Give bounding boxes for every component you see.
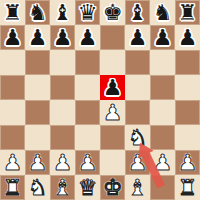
square-c3[interactable] — [50, 125, 75, 150]
white-bishop[interactable]: ♝ — [125, 175, 150, 200]
square-e6[interactable] — [100, 50, 125, 75]
square-g7[interactable]: ♟ — [150, 25, 175, 50]
square-b8[interactable]: ♞ — [25, 0, 50, 25]
black-pawn[interactable]: ♟ — [25, 25, 50, 50]
square-d8[interactable]: ♛ — [75, 0, 100, 25]
white-queen[interactable]: ♛ — [75, 175, 100, 200]
square-a2[interactable]: ♟ — [0, 150, 25, 175]
square-e7[interactable] — [100, 25, 125, 50]
white-pawn[interactable]: ♟ — [150, 150, 175, 175]
square-d7[interactable]: ♟ — [75, 25, 100, 50]
square-g8[interactable]: ♞ — [150, 0, 175, 25]
square-h7[interactable]: ♟ — [175, 25, 200, 50]
square-e3[interactable] — [100, 125, 125, 150]
square-c2[interactable]: ♟ — [50, 150, 75, 175]
black-knight[interactable]: ♞ — [25, 0, 50, 25]
square-d5[interactable] — [75, 75, 100, 100]
square-a7[interactable]: ♟ — [0, 25, 25, 50]
black-pawn[interactable]: ♟ — [100, 75, 125, 100]
square-a5[interactable] — [0, 75, 25, 100]
square-d4[interactable] — [75, 100, 100, 125]
black-queen[interactable]: ♛ — [75, 0, 100, 25]
white-pawn[interactable]: ♟ — [50, 150, 75, 175]
square-a6[interactable] — [0, 50, 25, 75]
square-f6[interactable] — [125, 50, 150, 75]
white-knight[interactable]: ♞ — [125, 125, 150, 150]
square-g6[interactable] — [150, 50, 175, 75]
black-bishop[interactable]: ♝ — [50, 0, 75, 25]
square-b3[interactable] — [25, 125, 50, 150]
square-d1[interactable]: ♛ — [75, 175, 100, 200]
white-rook[interactable]: ♜ — [175, 175, 200, 200]
square-e5[interactable]: ♟ — [100, 75, 125, 100]
black-knight[interactable]: ♞ — [150, 0, 175, 25]
square-a1[interactable]: ♜ — [0, 175, 25, 200]
square-c6[interactable] — [50, 50, 75, 75]
square-f1[interactable]: ♝ — [125, 175, 150, 200]
square-c7[interactable]: ♟ — [50, 25, 75, 50]
square-f4[interactable] — [125, 100, 150, 125]
square-b6[interactable] — [25, 50, 50, 75]
square-f8[interactable]: ♝ — [125, 0, 150, 25]
black-pawn[interactable]: ♟ — [125, 25, 150, 50]
square-e2[interactable] — [100, 150, 125, 175]
square-f7[interactable]: ♟ — [125, 25, 150, 50]
square-c8[interactable]: ♝ — [50, 0, 75, 25]
black-pawn[interactable]: ♟ — [75, 25, 100, 50]
square-g3[interactable] — [150, 125, 175, 150]
square-f5[interactable] — [125, 75, 150, 100]
black-bishop[interactable]: ♝ — [125, 0, 150, 25]
white-rook[interactable]: ♜ — [0, 175, 25, 200]
white-pawn[interactable]: ♟ — [125, 150, 150, 175]
square-d3[interactable] — [75, 125, 100, 150]
square-b7[interactable]: ♟ — [25, 25, 50, 50]
square-g2[interactable]: ♟ — [150, 150, 175, 175]
square-d6[interactable] — [75, 50, 100, 75]
square-b5[interactable] — [25, 75, 50, 100]
square-e4[interactable]: ♟ — [100, 100, 125, 125]
square-h5[interactable] — [175, 75, 200, 100]
square-c1[interactable]: ♝ — [50, 175, 75, 200]
white-pawn[interactable]: ♟ — [100, 100, 125, 125]
square-f2[interactable]: ♟ — [125, 150, 150, 175]
square-f3[interactable]: ♞ — [125, 125, 150, 150]
square-a3[interactable] — [0, 125, 25, 150]
white-pawn[interactable]: ♟ — [75, 150, 100, 175]
square-g1[interactable] — [150, 175, 175, 200]
white-pawn[interactable]: ♟ — [175, 150, 200, 175]
square-h2[interactable]: ♟ — [175, 150, 200, 175]
square-e1[interactable]: ♚ — [100, 175, 125, 200]
square-h8[interactable]: ♜ — [175, 0, 200, 25]
square-b1[interactable]: ♞ — [25, 175, 50, 200]
chess-board: ♜♞♝♛♚♝♞♜♟♟♟♟♟♟♟♟♟♞♟♟♟♟♟♟♟♜♞♝♛♚♝♜ — [0, 0, 200, 200]
square-g4[interactable] — [150, 100, 175, 125]
black-rook[interactable]: ♜ — [0, 0, 25, 25]
square-g5[interactable] — [150, 75, 175, 100]
square-e8[interactable]: ♚ — [100, 0, 125, 25]
square-h4[interactable] — [175, 100, 200, 125]
black-pawn[interactable]: ♟ — [150, 25, 175, 50]
white-pawn[interactable]: ♟ — [25, 150, 50, 175]
black-pawn[interactable]: ♟ — [50, 25, 75, 50]
square-d2[interactable]: ♟ — [75, 150, 100, 175]
square-h3[interactable] — [175, 125, 200, 150]
white-bishop[interactable]: ♝ — [50, 175, 75, 200]
black-king[interactable]: ♚ — [100, 0, 125, 25]
square-h1[interactable]: ♜ — [175, 175, 200, 200]
square-a8[interactable]: ♜ — [0, 0, 25, 25]
black-pawn[interactable]: ♟ — [175, 25, 200, 50]
white-knight[interactable]: ♞ — [25, 175, 50, 200]
square-b2[interactable]: ♟ — [25, 150, 50, 175]
square-a4[interactable] — [0, 100, 25, 125]
square-c4[interactable] — [50, 100, 75, 125]
white-pawn[interactable]: ♟ — [0, 150, 25, 175]
chess-board-container: ♜♞♝♛♚♝♞♜♟♟♟♟♟♟♟♟♟♞♟♟♟♟♟♟♟♜♞♝♛♚♝♜ — [0, 0, 200, 200]
black-pawn[interactable]: ♟ — [0, 25, 25, 50]
square-b4[interactable] — [25, 100, 50, 125]
black-rook[interactable]: ♜ — [175, 0, 200, 25]
square-h6[interactable] — [175, 50, 200, 75]
square-c5[interactable] — [50, 75, 75, 100]
white-king[interactable]: ♚ — [100, 175, 125, 200]
